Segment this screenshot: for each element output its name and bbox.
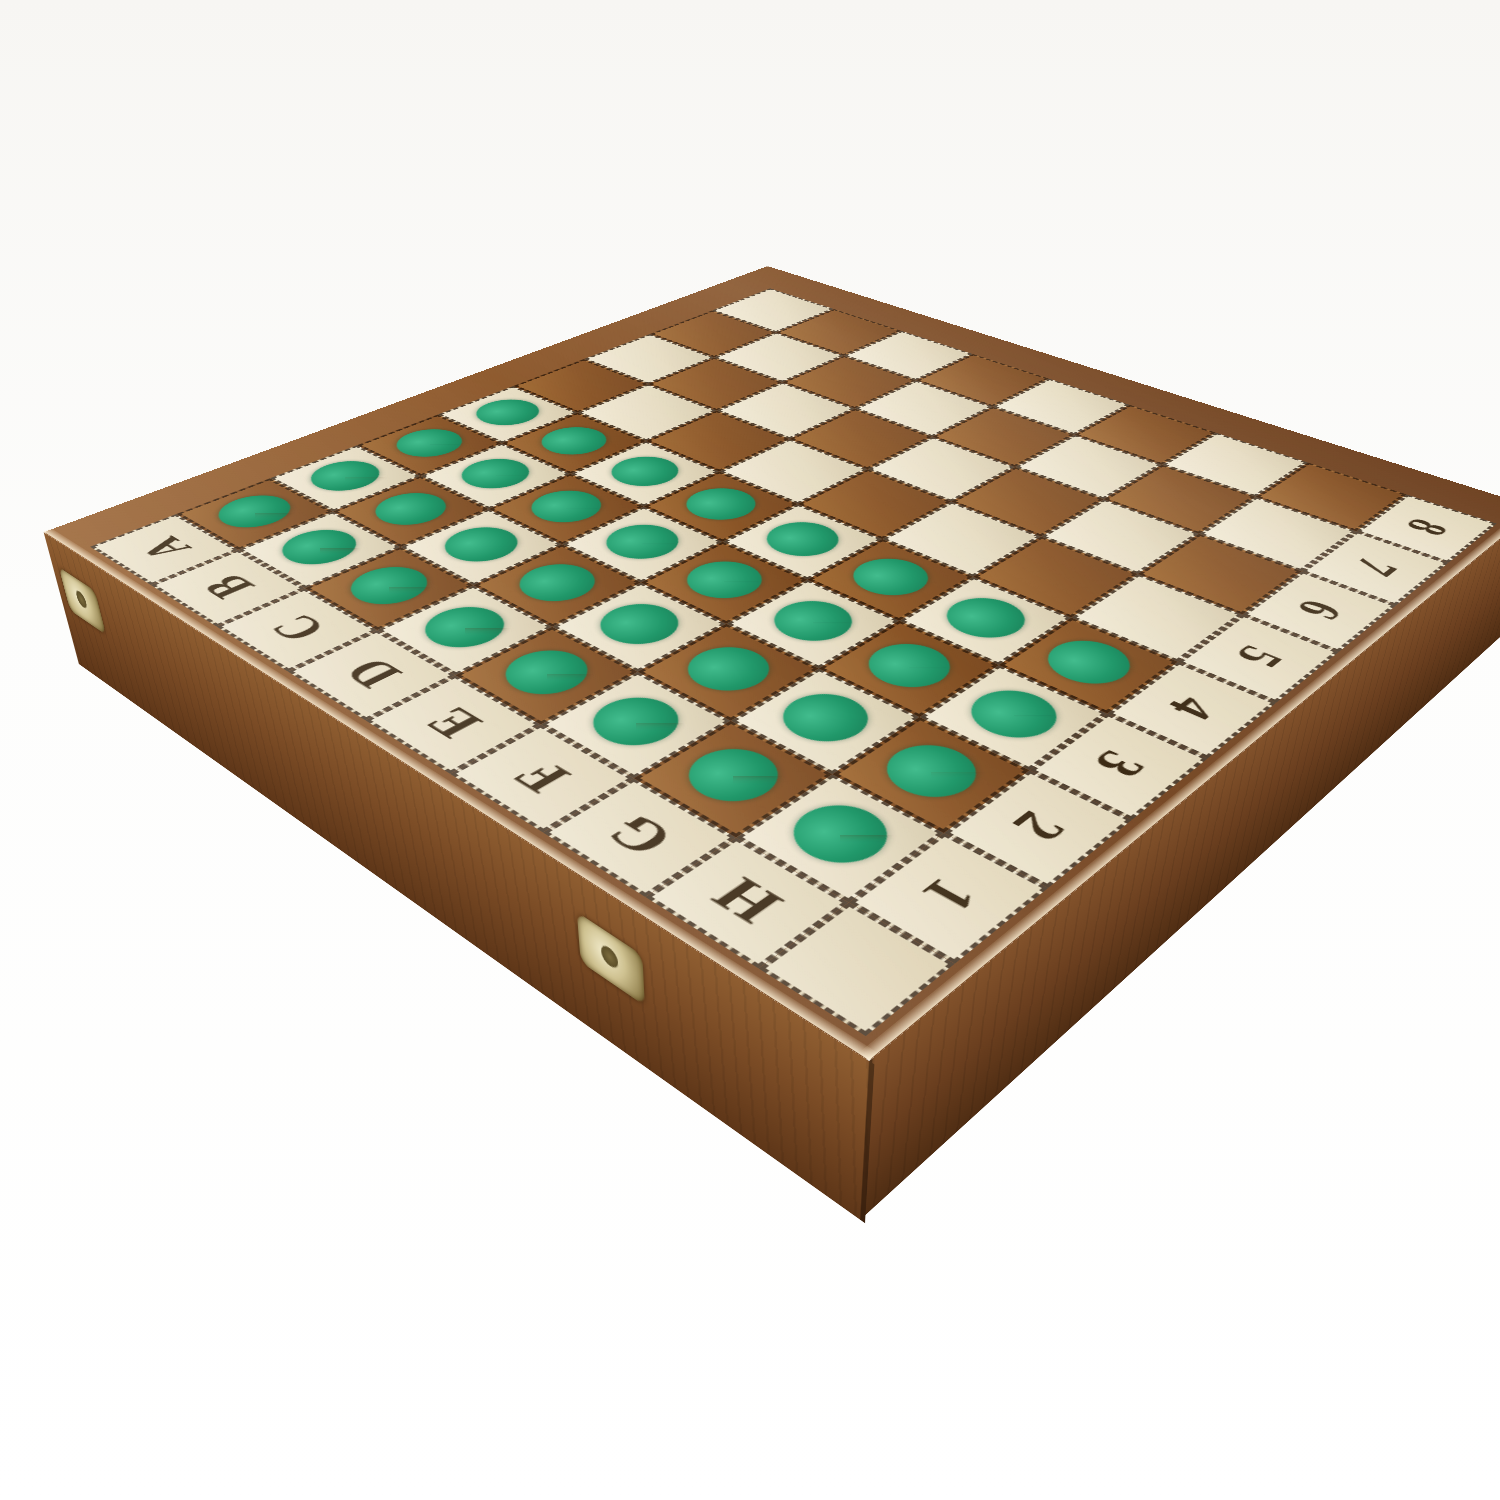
white-pawn-glyph: ♟ xyxy=(776,712,904,848)
photo-scene: ABCDEFGH12345678♜♟♞♜♟♝♟♞♟♛♟♝♟♚♟♛♟♝♟♚♟♞♟♝… xyxy=(0,0,1500,1500)
clasp-icon xyxy=(577,912,645,1006)
clasp-icon xyxy=(59,567,106,635)
board-plane: ABCDEFGH12345678♜♟♞♜♟♝♟♞♟♛♟♝♟♚♟♛♟♝♟♚♟♞♟♝… xyxy=(44,266,1500,1061)
